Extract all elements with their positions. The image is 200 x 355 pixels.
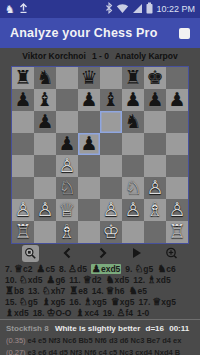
move-number: 10. bbox=[5, 275, 17, 285]
piece-white-a2[interactable]: ♙ bbox=[14, 199, 31, 221]
chess-board[interactable]: ♜♞♛♜♚♟♝♟♝♟♟♟♟♞♟♟♙♘♘♙♙♙♕♙♙♗♙♖♗♔♖ bbox=[11, 66, 189, 244]
move[interactable]: ♙f4 bbox=[116, 308, 133, 318]
wifi-icon bbox=[116, 0, 129, 18]
square-f3[interactable]: ♘ bbox=[122, 177, 144, 199]
signal-icon bbox=[132, 0, 143, 18]
square-f8[interactable]: ♜ bbox=[122, 67, 144, 89]
app-title: Analyze your Chess Pro bbox=[10, 26, 158, 40]
piece-icon: ♞ bbox=[157, 263, 166, 274]
piece-icon: ♘ bbox=[19, 296, 28, 307]
piece-black-a7[interactable]: ♟ bbox=[14, 89, 31, 111]
move-text: f4 bbox=[125, 308, 133, 318]
move-line: 7.♕c2♟c58.♙d5♟exd59.♘g5♞c6 bbox=[5, 263, 195, 274]
piece-black-g7[interactable]: ♟ bbox=[146, 89, 163, 111]
zoom-in-button[interactable] bbox=[165, 247, 178, 260]
evaluation-score: (0.35) bbox=[6, 336, 26, 345]
move-text: xg5 bbox=[51, 297, 66, 307]
piece-white-c3[interactable]: ♘ bbox=[58, 177, 75, 199]
piece-black-b7[interactable]: ♝ bbox=[36, 89, 53, 111]
black-player-name: Anatoly Karpov bbox=[115, 51, 178, 61]
move[interactable]: ♘g5 bbox=[134, 264, 153, 274]
square-h3[interactable] bbox=[166, 177, 188, 199]
piece-black-b6[interactable]: ♟ bbox=[36, 111, 53, 133]
move-number: 12. bbox=[133, 275, 145, 285]
move-number: 11. bbox=[69, 275, 80, 285]
piece-black-f7[interactable]: ♟ bbox=[124, 89, 141, 111]
piece-white-c2[interactable]: ♕ bbox=[58, 199, 75, 221]
move-text: c2 bbox=[23, 264, 32, 274]
move[interactable]: ♘g5 bbox=[19, 297, 38, 307]
piece-icon: ♜ bbox=[5, 285, 14, 296]
move-text: e5 bbox=[137, 286, 146, 296]
move-number: 14. bbox=[92, 286, 104, 296]
square-a8[interactable]: ♜ bbox=[12, 67, 34, 89]
piece-black-a8[interactable]: ♜ bbox=[14, 67, 31, 89]
piece-black-d7[interactable]: ♟ bbox=[80, 89, 97, 111]
square-g4[interactable] bbox=[144, 155, 166, 177]
move-text: xd5 bbox=[28, 275, 43, 285]
square-a3[interactable] bbox=[12, 177, 34, 199]
square-b3[interactable] bbox=[34, 177, 56, 199]
move[interactable]: ♟g6 bbox=[46, 275, 65, 285]
move-text: xd5 bbox=[156, 275, 171, 285]
move[interactable]: ♞c6 bbox=[157, 264, 175, 274]
piece-icon: ♛ bbox=[111, 296, 120, 307]
app-screen: ♞ bbox=[0, 0, 200, 355]
piece-icon: ♕ bbox=[152, 296, 161, 307]
square-h4[interactable] bbox=[166, 155, 188, 177]
square-g1[interactable] bbox=[144, 221, 166, 243]
square-g3[interactable]: ♙ bbox=[144, 177, 166, 199]
move-number: 9. bbox=[125, 264, 132, 274]
move[interactable]: ♟c5 bbox=[37, 264, 55, 274]
square-g5[interactable] bbox=[144, 133, 166, 155]
square-e4[interactable] bbox=[100, 155, 122, 177]
piece-black-h7[interactable]: ♟ bbox=[168, 89, 185, 111]
square-d1[interactable] bbox=[78, 221, 100, 243]
move-text: b8 bbox=[14, 286, 24, 296]
upload-icon bbox=[18, 0, 29, 18]
engine-assessment: White is slightly better bbox=[55, 324, 140, 333]
square-c6[interactable] bbox=[56, 111, 78, 133]
move[interactable]: ♘xh7 bbox=[42, 286, 66, 296]
move-number: 17. bbox=[138, 297, 150, 307]
square-a6[interactable] bbox=[12, 111, 34, 133]
square-c4[interactable]: ♙ bbox=[56, 155, 78, 177]
square-b6[interactable]: ♟ bbox=[34, 111, 56, 133]
variation-moves: e3 e6 d4 d5 Nf3 Nf6 c4 c5 Nc3 cxd4 Nxd4 … bbox=[28, 348, 181, 355]
move[interactable]: ♕h6 bbox=[106, 286, 125, 296]
game-result: 1 - 0 bbox=[92, 51, 109, 61]
piece-white-h1[interactable]: ♖ bbox=[168, 221, 185, 243]
move-number: 18. bbox=[33, 308, 45, 318]
square-d7[interactable]: ♟ bbox=[78, 89, 100, 111]
piece-icon: ♙ bbox=[68, 263, 77, 274]
square-c8[interactable] bbox=[56, 67, 78, 89]
move-number: 16. bbox=[69, 297, 81, 307]
square-e6[interactable] bbox=[100, 111, 122, 133]
move-text: O-O bbox=[55, 308, 71, 318]
piece-icon: ♟ bbox=[92, 263, 101, 274]
piece-black-f8[interactable]: ♜ bbox=[124, 67, 141, 89]
square-g7[interactable]: ♟ bbox=[144, 89, 166, 111]
square-g6[interactable] bbox=[144, 111, 166, 133]
piece-white-f3[interactable]: ♘ bbox=[124, 177, 141, 199]
analysis-lens-button[interactable] bbox=[22, 245, 39, 262]
square-h7[interactable]: ♟ bbox=[166, 89, 188, 111]
move-number: 1-0 bbox=[137, 308, 149, 318]
clock-time: 10:22 PM bbox=[156, 4, 195, 14]
move-text: h6 bbox=[115, 286, 125, 296]
square-e2[interactable]: ♙ bbox=[100, 199, 122, 221]
engine-time: 00:11 bbox=[169, 324, 189, 333]
square-d3[interactable] bbox=[78, 177, 100, 199]
piece-black-d5[interactable]: ♟ bbox=[80, 133, 97, 155]
move-number: 15. bbox=[5, 297, 17, 307]
move[interactable]: ♙d5 bbox=[68, 264, 87, 274]
move-text: c6 bbox=[166, 264, 175, 274]
move[interactable]: ♗xd5 bbox=[147, 275, 171, 285]
white-player-name: Viktor Korchnoi bbox=[22, 51, 86, 61]
move-text: c5 bbox=[46, 264, 55, 274]
square-h2[interactable]: ♙ bbox=[166, 199, 188, 221]
move-text: e8 bbox=[78, 286, 87, 296]
square-a7[interactable]: ♟ bbox=[12, 89, 34, 111]
square-e8[interactable] bbox=[100, 67, 122, 89]
move-number: 7. bbox=[5, 264, 12, 274]
square-f5[interactable] bbox=[122, 133, 144, 155]
engine-status-row: Stockfish 8 White is slightly better d=1… bbox=[6, 322, 194, 335]
move-text: xg5 bbox=[161, 297, 176, 307]
move-number: 19. bbox=[103, 308, 115, 318]
piece-black-c5[interactable]: ♟ bbox=[58, 133, 75, 155]
square-d5[interactable]: ♟ bbox=[78, 133, 100, 155]
square-d6[interactable] bbox=[78, 111, 100, 133]
square-a4[interactable] bbox=[12, 155, 34, 177]
square-b2[interactable]: ♙ bbox=[34, 199, 56, 221]
move[interactable]: ♘xd5 bbox=[19, 275, 43, 285]
knight-notification-icon: ♞ bbox=[5, 0, 15, 18]
piece-white-a1[interactable]: ♖ bbox=[14, 221, 31, 243]
engine-variation: (0.35)e4 e5 Nf3 Nc6 Bb5 Nf6 d3 d6 Nc3 Be… bbox=[6, 335, 194, 347]
square-e1[interactable]: ♔ bbox=[100, 221, 122, 243]
piece-white-g3[interactable]: ♙ bbox=[146, 177, 163, 199]
move[interactable]: ♗xg5 bbox=[83, 297, 107, 307]
move[interactable]: ♕d2 bbox=[83, 275, 102, 285]
toolbar bbox=[0, 244, 200, 262]
piece-icon: ♕ bbox=[106, 285, 115, 296]
piece-icon: ♝ bbox=[42, 296, 51, 307]
piece-icon: ♞ bbox=[106, 274, 115, 285]
piece-white-h2[interactable]: ♙ bbox=[168, 199, 185, 221]
move[interactable]: ♜b8 bbox=[5, 286, 24, 296]
square-c3[interactable]: ♘ bbox=[56, 177, 78, 199]
square-a2[interactable]: ♙ bbox=[12, 199, 34, 221]
piece-icon: ♗ bbox=[147, 274, 156, 285]
piece-white-g2[interactable]: ♗ bbox=[146, 199, 163, 221]
move-line: ♝xd518.♔O-O♝xc419.♙f41-0 bbox=[5, 307, 195, 318]
move-text: xd5 bbox=[115, 275, 130, 285]
piece-white-c4[interactable]: ♙ bbox=[58, 155, 75, 177]
square-a5[interactable] bbox=[12, 133, 34, 155]
move[interactable]: ♜e8 bbox=[69, 286, 87, 296]
engine-lines: (0.35)e4 e5 Nf3 Nc6 Bb5 Nf6 d3 d6 Nc3 Be… bbox=[6, 335, 194, 355]
move-text: xg5 bbox=[92, 297, 107, 307]
game-header: Viktor Korchnoi 1 - 0 Anatoly Karpov bbox=[0, 48, 200, 63]
move[interactable]: ♔O-O bbox=[46, 308, 71, 318]
move-line: ♜b813.♘xh7♜e814.♕h6♞e5 bbox=[5, 285, 195, 296]
piece-icon: ♟ bbox=[37, 263, 46, 274]
move-text: xc4 bbox=[84, 308, 98, 318]
prev-move-button[interactable] bbox=[62, 247, 73, 259]
square-c5[interactable]: ♟ bbox=[56, 133, 78, 155]
status-bar: ♞ bbox=[0, 0, 200, 18]
move-line: 15.♘g5♝xg516.♗xg5♛xg517.♕xg5 bbox=[5, 296, 195, 307]
square-a1[interactable]: ♖ bbox=[12, 221, 34, 243]
square-b7[interactable]: ♝ bbox=[34, 89, 56, 111]
piece-icon: ♘ bbox=[42, 285, 51, 296]
square-c1[interactable]: ♗ bbox=[56, 221, 78, 243]
bluetooth-icon bbox=[105, 0, 113, 18]
square-b5[interactable] bbox=[34, 133, 56, 155]
square-e3[interactable] bbox=[100, 177, 122, 199]
piece-icon: ♘ bbox=[134, 263, 143, 274]
engine-panel[interactable]: Stockfish 8 White is slightly better d=1… bbox=[0, 320, 200, 355]
piece-white-c1[interactable]: ♗ bbox=[58, 221, 75, 243]
play-button[interactable] bbox=[131, 247, 142, 259]
move-text: xd5 bbox=[14, 308, 29, 318]
square-b8[interactable]: ♞ bbox=[34, 67, 56, 89]
move-text: d2 bbox=[92, 275, 102, 285]
square-h5[interactable] bbox=[166, 133, 188, 155]
move[interactable]: ♞e5 bbox=[129, 286, 147, 296]
piece-black-f6[interactable]: ♞ bbox=[124, 111, 141, 133]
square-b1[interactable] bbox=[34, 221, 56, 243]
piece-black-e7[interactable]: ♝ bbox=[102, 89, 119, 111]
piece-black-g8[interactable]: ♚ bbox=[146, 67, 163, 89]
square-f1[interactable] bbox=[122, 221, 144, 243]
engine-depth: d=16 bbox=[146, 324, 164, 333]
move[interactable]: ♝xd5 bbox=[5, 308, 29, 318]
move[interactable]: ♞xd5 bbox=[106, 275, 130, 285]
square-e7[interactable]: ♝ bbox=[100, 89, 122, 111]
move[interactable]: ♝xg5 bbox=[42, 297, 66, 307]
variation-moves: e4 e5 Nf3 Nc6 Bb5 Nf6 d3 d6 Nc3 Be7 d4 e… bbox=[28, 336, 182, 345]
square-b4[interactable] bbox=[34, 155, 56, 177]
move[interactable]: ♛xg5 bbox=[111, 297, 135, 307]
piece-white-e2[interactable]: ♙ bbox=[102, 199, 119, 221]
square-c2[interactable]: ♕ bbox=[56, 199, 78, 221]
piece-icon: ♕ bbox=[83, 274, 92, 285]
square-f4[interactable] bbox=[122, 155, 144, 177]
app-bar: Analyze your Chess Pro bbox=[0, 18, 200, 48]
square-f6[interactable]: ♞ bbox=[122, 111, 144, 133]
square-e5[interactable] bbox=[100, 133, 122, 155]
move-text: xg5 bbox=[120, 297, 135, 307]
square-d8[interactable]: ♛ bbox=[78, 67, 100, 89]
current-move[interactable]: ♟exd5 bbox=[91, 264, 121, 274]
piece-white-b2[interactable]: ♙ bbox=[36, 199, 53, 221]
move-text: xh7 bbox=[51, 286, 66, 296]
square-h6[interactable] bbox=[166, 111, 188, 133]
piece-black-d8[interactable]: ♛ bbox=[80, 67, 97, 89]
piece-icon: ♜ bbox=[69, 285, 78, 296]
battery-icon bbox=[146, 0, 153, 18]
square-g2[interactable]: ♗ bbox=[144, 199, 166, 221]
move-number: 13. bbox=[28, 286, 40, 296]
square-f7[interactable]: ♟ bbox=[122, 89, 144, 111]
move[interactable]: ♕c2 bbox=[14, 264, 32, 274]
next-move-button[interactable] bbox=[97, 247, 108, 259]
move-line: 10.♘xd5♟g611.♕d2♞xd512.♗xd5 bbox=[5, 274, 195, 285]
move[interactable]: ♕xg5 bbox=[152, 297, 176, 307]
move-text: g5 bbox=[143, 264, 153, 274]
engine-name: Stockfish 8 bbox=[6, 324, 49, 333]
evaluation-score: (0.27) bbox=[6, 348, 26, 355]
square-f2[interactable]: ♙ bbox=[122, 199, 144, 221]
move-text: d5 bbox=[77, 264, 87, 274]
piece-icon: ♕ bbox=[14, 263, 23, 274]
piece-icon: ♝ bbox=[5, 307, 14, 318]
piece-icon: ♘ bbox=[19, 274, 28, 285]
piece-icon: ♗ bbox=[83, 296, 92, 307]
engine-variation: (0.27)e3 e6 d4 d5 Nf3 Nf6 c4 c5 Nc3 cxd4… bbox=[6, 347, 194, 355]
square-d2[interactable] bbox=[78, 199, 100, 221]
move-text: g6 bbox=[55, 275, 65, 285]
move-text: exd5 bbox=[101, 264, 120, 274]
square-d4[interactable] bbox=[78, 155, 100, 177]
move-number: 8. bbox=[59, 264, 66, 274]
square-g8[interactable]: ♚ bbox=[144, 67, 166, 89]
move-text: g5 bbox=[28, 297, 38, 307]
move-list[interactable]: 7.♕c2♟c58.♙d5♟exd59.♘g5♞c610.♘xd5♟g611.♕… bbox=[0, 262, 200, 318]
square-h1[interactable]: ♖ bbox=[166, 221, 188, 243]
square-h8[interactable] bbox=[166, 67, 188, 89]
piece-black-b8[interactable]: ♞ bbox=[36, 67, 53, 89]
piece-white-e1[interactable]: ♔ bbox=[102, 221, 119, 243]
square-c7[interactable] bbox=[56, 89, 78, 111]
piece-white-f2[interactable]: ♙ bbox=[124, 199, 141, 221]
white-square-menu-icon[interactable] bbox=[179, 28, 190, 39]
move[interactable]: ♝xc4 bbox=[75, 308, 98, 318]
